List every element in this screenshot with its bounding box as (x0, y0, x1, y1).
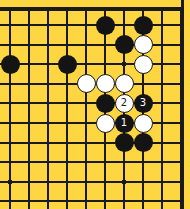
stone-white (96, 114, 115, 133)
board-edge-right-stub (181, 0, 184, 7)
stone-white (134, 55, 153, 74)
stone-white (134, 35, 153, 54)
stone-white (134, 114, 153, 133)
grid-line-v (47, 9, 49, 209)
grid-line-v (85, 9, 87, 209)
grid-line-h (0, 122, 182, 124)
grid-line-h (0, 142, 182, 144)
hoshi-point (122, 62, 126, 66)
move-number-label: 1 (121, 118, 127, 128)
grid-line-v (66, 9, 68, 209)
stone-white (96, 74, 115, 93)
stone-black (115, 35, 134, 54)
stone-black: 1 (115, 114, 134, 133)
stone-black (115, 133, 134, 152)
grid-line-v (28, 9, 30, 209)
grid-line-h (0, 200, 182, 202)
stone-black: 3 (134, 94, 153, 113)
hoshi-point (122, 180, 126, 184)
grid-line-h (0, 161, 182, 163)
board-edge-right (180, 7, 184, 209)
stone-white: 2 (115, 94, 134, 113)
stone-black (58, 55, 77, 74)
grid-line-h (0, 44, 182, 46)
stone-white (77, 74, 96, 93)
hoshi-point (8, 180, 12, 184)
go-board: 231 (0, 0, 190, 209)
grid-line-h (0, 102, 182, 104)
stone-black (134, 133, 153, 152)
grid-line-h (0, 63, 182, 65)
stone-white (115, 74, 134, 93)
stone-black (96, 16, 115, 35)
grid-line-h (0, 24, 182, 26)
move-number-label: 3 (140, 98, 146, 108)
stone-black (1, 55, 20, 74)
grid-line-h (0, 181, 182, 183)
move-number-label: 2 (121, 98, 127, 108)
stone-black (134, 16, 153, 35)
grid-line-v (161, 9, 163, 209)
stone-black (96, 94, 115, 113)
